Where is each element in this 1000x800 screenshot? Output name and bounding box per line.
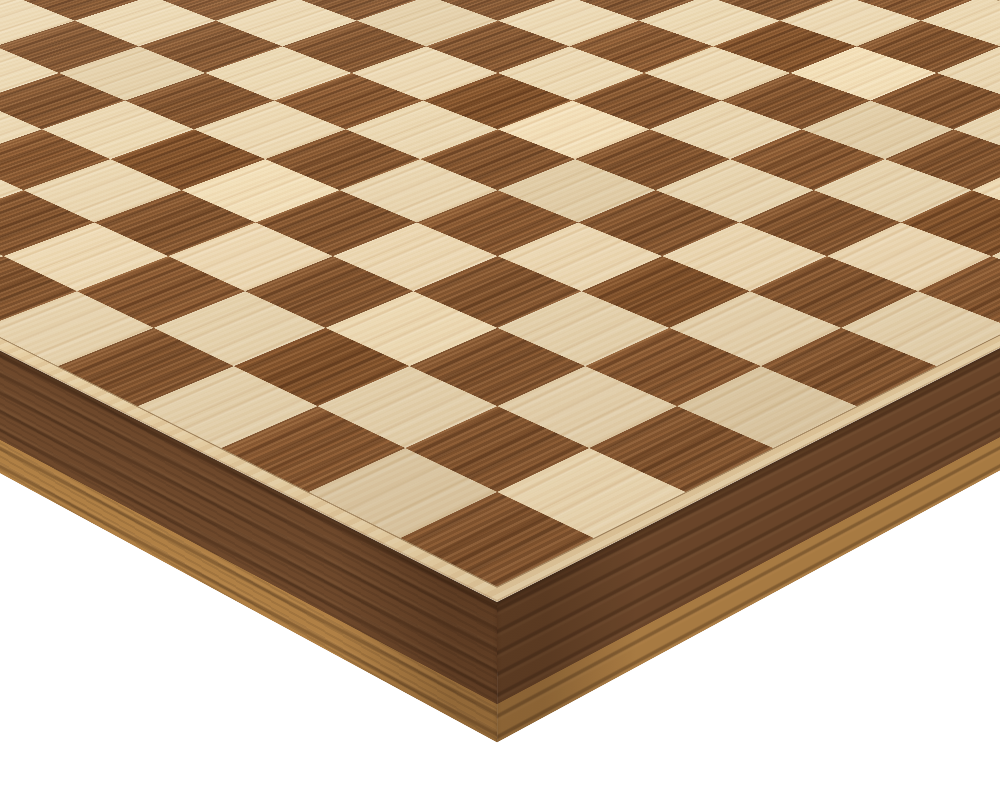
chessboard bbox=[0, 0, 1000, 602]
chessboard-product-photo bbox=[0, 0, 1000, 800]
